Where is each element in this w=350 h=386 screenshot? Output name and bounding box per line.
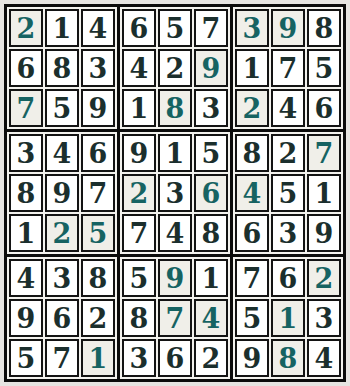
cell-r5c7[interactable]: 4 [235, 174, 269, 212]
cell-r6c1[interactable]: 1 [9, 214, 43, 252]
cell-r4c7[interactable]: 8 [235, 134, 269, 172]
cell-r7c9[interactable]: 2 [307, 259, 341, 297]
cell-r8c8[interactable]: 1 [271, 299, 305, 337]
cell-r7c8[interactable]: 6 [271, 259, 305, 297]
cell-r4c8[interactable]: 2 [271, 134, 305, 172]
cell-r1c4[interactable]: 6 [122, 9, 156, 47]
cell-r3c6[interactable]: 3 [194, 89, 228, 127]
cell-r1c2[interactable]: 1 [45, 9, 79, 47]
cell-r5c3[interactable]: 7 [81, 174, 115, 212]
cell-r9c6[interactable]: 2 [194, 339, 228, 377]
sudoku-board: 2146837596574291833981752463468971259152… [4, 4, 346, 382]
cell-r6c8[interactable]: 3 [271, 214, 305, 252]
cell-r7c3[interactable]: 8 [81, 259, 115, 297]
cell-r2c4[interactable]: 4 [122, 49, 156, 87]
cell-r6c9[interactable]: 9 [307, 214, 341, 252]
cell-r9c1[interactable]: 5 [9, 339, 43, 377]
cell-r1c7[interactable]: 3 [235, 9, 269, 47]
cell-r1c1[interactable]: 2 [9, 9, 43, 47]
box-4: 346897125 [7, 132, 117, 254]
cell-r9c9[interactable]: 4 [307, 339, 341, 377]
box-6: 827451639 [233, 132, 343, 254]
cell-r5c5[interactable]: 3 [158, 174, 192, 212]
cell-r5c6[interactable]: 6 [194, 174, 228, 212]
cell-r4c2[interactable]: 4 [45, 134, 79, 172]
cell-r3c7[interactable]: 2 [235, 89, 269, 127]
cell-r6c3[interactable]: 5 [81, 214, 115, 252]
cell-r1c9[interactable]: 8 [307, 9, 341, 47]
cell-r9c2[interactable]: 7 [45, 339, 79, 377]
cell-r8c1[interactable]: 9 [9, 299, 43, 337]
box-3: 398175246 [233, 7, 343, 129]
cell-r4c6[interactable]: 5 [194, 134, 228, 172]
cell-r8c3[interactable]: 2 [81, 299, 115, 337]
cell-r4c4[interactable]: 9 [122, 134, 156, 172]
cell-r6c5[interactable]: 4 [158, 214, 192, 252]
cell-r5c2[interactable]: 9 [45, 174, 79, 212]
cell-r7c6[interactable]: 1 [194, 259, 228, 297]
cell-r3c8[interactable]: 4 [271, 89, 305, 127]
cell-r8c6[interactable]: 4 [194, 299, 228, 337]
cell-r7c5[interactable]: 9 [158, 259, 192, 297]
cell-r2c2[interactable]: 8 [45, 49, 79, 87]
box-5: 915236748 [120, 132, 230, 254]
cell-r4c9[interactable]: 7 [307, 134, 341, 172]
cell-r7c1[interactable]: 4 [9, 259, 43, 297]
cell-r4c1[interactable]: 3 [9, 134, 43, 172]
cell-r2c3[interactable]: 3 [81, 49, 115, 87]
cell-r8c2[interactable]: 6 [45, 299, 79, 337]
cell-r5c9[interactable]: 1 [307, 174, 341, 212]
box-9: 762513984 [233, 257, 343, 379]
cell-r4c3[interactable]: 6 [81, 134, 115, 172]
cell-r8c4[interactable]: 8 [122, 299, 156, 337]
cell-r2c6[interactable]: 9 [194, 49, 228, 87]
box-8: 591874362 [120, 257, 230, 379]
cell-r2c9[interactable]: 5 [307, 49, 341, 87]
cell-r2c8[interactable]: 7 [271, 49, 305, 87]
cell-r9c7[interactable]: 9 [235, 339, 269, 377]
cell-r2c7[interactable]: 1 [235, 49, 269, 87]
box-7: 438962571 [7, 257, 117, 379]
cell-r6c2[interactable]: 2 [45, 214, 79, 252]
cell-r3c3[interactable]: 9 [81, 89, 115, 127]
cell-r9c3[interactable]: 1 [81, 339, 115, 377]
cell-r2c1[interactable]: 6 [9, 49, 43, 87]
cell-r1c8[interactable]: 9 [271, 9, 305, 47]
cell-r1c6[interactable]: 7 [194, 9, 228, 47]
cell-r6c6[interactable]: 8 [194, 214, 228, 252]
cell-r6c7[interactable]: 6 [235, 214, 269, 252]
cell-r3c2[interactable]: 5 [45, 89, 79, 127]
cell-r9c8[interactable]: 8 [271, 339, 305, 377]
cell-r5c4[interactable]: 2 [122, 174, 156, 212]
cell-r8c5[interactable]: 7 [158, 299, 192, 337]
cell-r5c8[interactable]: 5 [271, 174, 305, 212]
cell-r6c4[interactable]: 7 [122, 214, 156, 252]
cell-r5c1[interactable]: 8 [9, 174, 43, 212]
cell-r8c7[interactable]: 5 [235, 299, 269, 337]
cell-r3c9[interactable]: 6 [307, 89, 341, 127]
cell-r9c5[interactable]: 6 [158, 339, 192, 377]
cell-r3c1[interactable]: 7 [9, 89, 43, 127]
cell-r7c2[interactable]: 3 [45, 259, 79, 297]
cell-r9c4[interactable]: 3 [122, 339, 156, 377]
cell-r4c5[interactable]: 1 [158, 134, 192, 172]
cell-r1c3[interactable]: 4 [81, 9, 115, 47]
cell-r3c5[interactable]: 8 [158, 89, 192, 127]
box-2: 657429183 [120, 7, 230, 129]
cell-r8c9[interactable]: 3 [307, 299, 341, 337]
cell-r7c4[interactable]: 5 [122, 259, 156, 297]
box-1: 214683759 [7, 7, 117, 129]
cell-r1c5[interactable]: 5 [158, 9, 192, 47]
cell-r2c5[interactable]: 2 [158, 49, 192, 87]
cell-r3c4[interactable]: 1 [122, 89, 156, 127]
cell-r7c7[interactable]: 7 [235, 259, 269, 297]
